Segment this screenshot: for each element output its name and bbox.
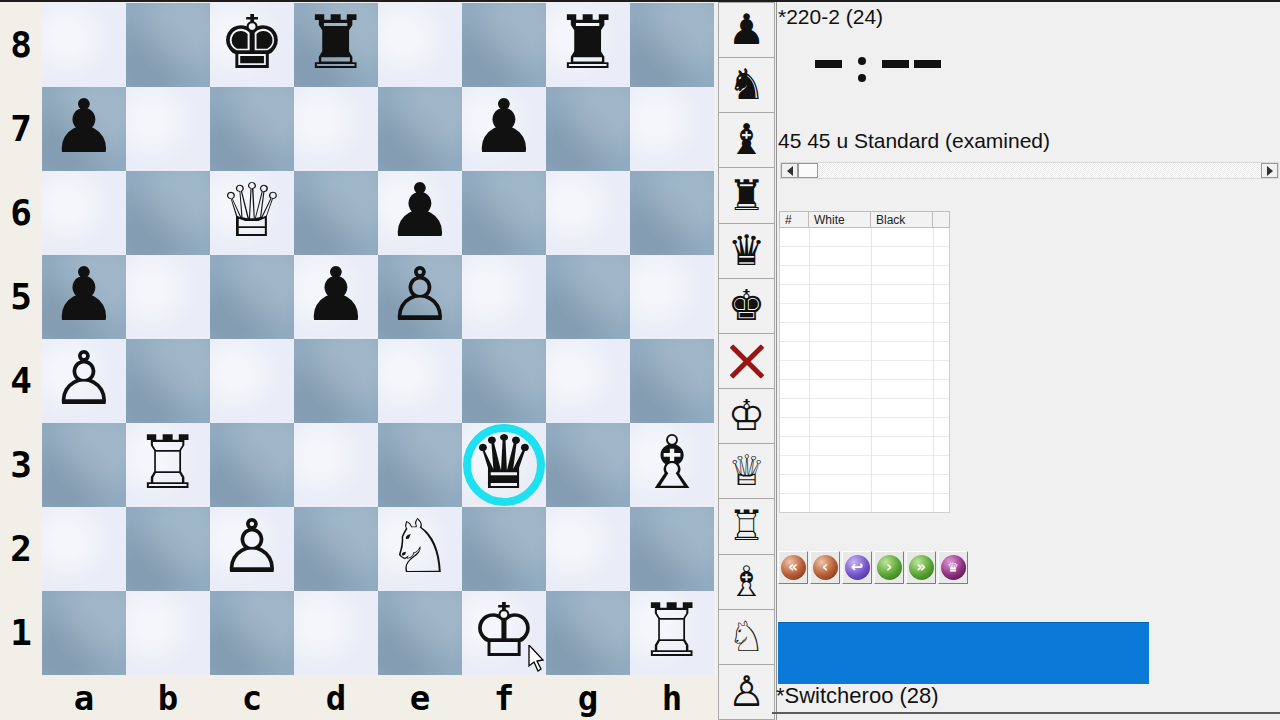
file-label-c: c <box>210 675 294 720</box>
square-e7[interactable] <box>378 87 462 171</box>
black-bishop-icon: ♝ <box>728 119 766 161</box>
rank-label-1: 1 <box>0 590 42 674</box>
square-a1[interactable] <box>42 591 126 675</box>
square-c6[interactable]: ♕ <box>210 171 294 255</box>
piece-bP: ♟ <box>51 257 117 331</box>
mouse-cursor-icon <box>528 645 546 676</box>
piece-wP: ♙ <box>387 257 453 331</box>
square-c5[interactable] <box>210 255 294 339</box>
square-h5[interactable] <box>630 255 714 339</box>
square-b4[interactable] <box>126 339 210 423</box>
rank-label-7: 7 <box>0 86 42 170</box>
square-f6[interactable] <box>462 171 546 255</box>
file-label-d: d <box>294 675 378 720</box>
piece-wB: ♗ <box>639 425 705 499</box>
piece-bP: ♟ <box>51 89 117 163</box>
piece-bP: ♟ <box>387 173 453 247</box>
square-d7[interactable] <box>294 87 378 171</box>
clock-colon <box>858 52 866 84</box>
rank-label-5: 5 <box>0 254 42 338</box>
square-c1[interactable] <box>210 591 294 675</box>
square-h4[interactable] <box>630 339 714 423</box>
file-label-g: g <box>546 675 630 720</box>
palette-white-bishop[interactable]: ♗ <box>718 554 775 610</box>
palette-black-queen[interactable]: ♛ <box>718 223 775 279</box>
square-g4[interactable] <box>546 339 630 423</box>
scroll-right-button[interactable] <box>1261 163 1278 178</box>
palette-white-pawn[interactable]: ♙ <box>718 664 775 720</box>
nav-forward-icon: › <box>877 555 902 580</box>
palette-black-king[interactable]: ♚ <box>718 278 775 334</box>
black-rook-icon: ♜ <box>728 175 766 217</box>
square-d6[interactable] <box>294 171 378 255</box>
square-d2[interactable] <box>294 507 378 591</box>
palette-white-rook[interactable]: ♖ <box>718 498 775 554</box>
piece-wR: ♖ <box>639 593 705 667</box>
rank-label-2: 2 <box>0 506 42 590</box>
clock-dash <box>882 60 909 68</box>
piece-bQ: ♛ <box>471 425 537 499</box>
file-label-e: e <box>378 675 462 720</box>
nav-revert-icon: ↩ <box>845 555 870 580</box>
palette-black-knight[interactable]: ♞ <box>718 57 775 113</box>
square-e1[interactable] <box>378 591 462 675</box>
white-pawn-icon: ♙ <box>728 671 766 713</box>
nav-last-icon: » <box>909 555 934 580</box>
nav-first-button[interactable]: « <box>778 551 808 584</box>
clock-dash <box>914 60 941 68</box>
rank-coordinates: 87654321 <box>0 2 42 675</box>
file-label-f: f <box>462 675 546 720</box>
game-info-label: 45 45 u Standard (examined) <box>778 129 1050 153</box>
square-h3[interactable]: ♗ <box>630 423 714 507</box>
nav-forward-button[interactable]: › <box>874 551 904 584</box>
piece-bR: ♜ <box>555 5 621 79</box>
square-g2[interactable] <box>546 507 630 591</box>
square-b7[interactable] <box>126 87 210 171</box>
square-a5[interactable]: ♟ <box>42 255 126 339</box>
scrollbar-thumb[interactable] <box>798 163 818 178</box>
move-col-header-Black: Black <box>871 211 933 228</box>
square-b6[interactable] <box>126 171 210 255</box>
white-queen-icon: ♕ <box>728 450 766 492</box>
top-clock <box>815 52 941 84</box>
black-knight-icon: ♞ <box>728 64 766 106</box>
navigation-toolbar: «‹↩›»♛ <box>778 551 968 584</box>
move-list-header: #WhiteBlack <box>779 211 950 228</box>
square-b5[interactable] <box>126 255 210 339</box>
square-a6[interactable] <box>42 171 126 255</box>
square-e3[interactable] <box>378 423 462 507</box>
rank-label-8: 8 <box>0 2 42 86</box>
piece-wN: ♘ <box>387 509 453 583</box>
move-col-header-#: # <box>779 211 809 228</box>
square-c7[interactable] <box>210 87 294 171</box>
square-c8[interactable]: ♚ <box>210 3 294 87</box>
square-f7[interactable]: ♟ <box>462 87 546 171</box>
file-coordinates: abcdefgh <box>0 675 717 720</box>
square-a8[interactable] <box>42 3 126 87</box>
square-d3[interactable] <box>294 423 378 507</box>
top-player-label: *220-2 (24) <box>778 5 883 29</box>
square-d8[interactable]: ♜ <box>294 3 378 87</box>
square-f3[interactable]: ♛ <box>462 423 546 507</box>
window-top-border <box>0 0 1280 2</box>
clock-dash <box>815 60 842 68</box>
square-e2[interactable]: ♘ <box>378 507 462 591</box>
white-knight-icon: ♘ <box>728 616 766 658</box>
square-c4[interactable] <box>210 339 294 423</box>
square-g3[interactable] <box>546 423 630 507</box>
square-a4[interactable]: ♙ <box>42 339 126 423</box>
rank-label-4: 4 <box>0 338 42 422</box>
bottom-player-label: *Switcheroo (28) <box>776 683 939 709</box>
clear-x-icon <box>726 340 768 382</box>
palette-white-queen[interactable]: ♕ <box>718 443 775 499</box>
move-list-body[interactable] <box>779 228 950 513</box>
move-col-header-extra <box>933 211 950 228</box>
square-e4[interactable] <box>378 339 462 423</box>
square-b3[interactable]: ♖ <box>126 423 210 507</box>
chess-board[interactable]: ♚♜♜♟♟♕♟♟♟♙♙♖♛♗♙♘♔♖ <box>42 3 714 675</box>
piece-bP: ♟ <box>303 257 369 331</box>
square-h8[interactable] <box>630 3 714 87</box>
square-g7[interactable] <box>546 87 630 171</box>
square-f8[interactable] <box>462 3 546 87</box>
palette-white-knight[interactable]: ♘ <box>718 609 775 665</box>
square-a2[interactable] <box>42 507 126 591</box>
file-label-h: h <box>630 675 714 720</box>
nav-first-icon: « <box>781 555 806 580</box>
black-queen-icon: ♛ <box>728 230 766 272</box>
nav-engine-icon: ♛ <box>941 555 966 580</box>
square-c2[interactable]: ♙ <box>210 507 294 591</box>
piece-wP: ♙ <box>219 509 285 583</box>
square-a3[interactable] <box>42 423 126 507</box>
square-g8[interactable]: ♜ <box>546 3 630 87</box>
palette-white-king[interactable]: ♔ <box>718 388 775 444</box>
active-clock-bar <box>778 622 1149 684</box>
left-arrow-icon <box>787 166 793 176</box>
piece-bP: ♟ <box>471 89 537 163</box>
square-e8[interactable] <box>378 3 462 87</box>
square-f5[interactable] <box>462 255 546 339</box>
move-list-table: #WhiteBlack <box>779 211 950 513</box>
square-h6[interactable] <box>630 171 714 255</box>
white-king-icon: ♔ <box>728 395 766 437</box>
square-g1[interactable] <box>546 591 630 675</box>
square-e5[interactable]: ♙ <box>378 255 462 339</box>
rank-label-6: 6 <box>0 170 42 254</box>
square-d1[interactable] <box>294 591 378 675</box>
piece-wP: ♙ <box>51 341 117 415</box>
square-f2[interactable] <box>462 507 546 591</box>
panel-divider <box>776 2 777 720</box>
piece-wQ: ♕ <box>219 173 285 247</box>
square-h2[interactable] <box>630 507 714 591</box>
square-c3[interactable] <box>210 423 294 507</box>
square-a7[interactable]: ♟ <box>42 87 126 171</box>
square-d5[interactable]: ♟ <box>294 255 378 339</box>
palette-black-rook[interactable]: ♜ <box>718 167 775 223</box>
right-arrow-icon <box>1267 166 1273 176</box>
move-col-header-White: White <box>809 211 871 228</box>
palette-black-bishop[interactable]: ♝ <box>718 112 775 168</box>
nav-revert-button[interactable]: ↩ <box>842 551 872 584</box>
palette-clear-square[interactable] <box>718 333 775 389</box>
nav-back-button[interactable]: ‹ <box>810 551 840 584</box>
file-label-a: a <box>42 675 126 720</box>
piece-bK: ♚ <box>219 5 285 79</box>
move-col-line <box>871 228 872 512</box>
piece-palette: ♟♞♝♜♛♚♔♕♖♗♘♙ <box>718 2 775 720</box>
square-b2[interactable] <box>126 507 210 591</box>
nav-engine-button[interactable]: ♛ <box>938 551 968 584</box>
square-g6[interactable] <box>546 171 630 255</box>
move-col-line <box>933 228 934 512</box>
square-g5[interactable] <box>546 255 630 339</box>
black-king-icon: ♚ <box>728 285 766 327</box>
white-rook-icon: ♖ <box>728 505 766 547</box>
white-bishop-icon: ♗ <box>728 561 766 603</box>
horizontal-scrollbar[interactable] <box>780 162 1279 179</box>
square-e6[interactable]: ♟ <box>378 171 462 255</box>
piece-bR: ♜ <box>303 5 369 79</box>
black-pawn-icon: ♟ <box>728 9 766 51</box>
rank-label-3: 3 <box>0 422 42 506</box>
file-label-b: b <box>126 675 210 720</box>
move-col-line <box>809 228 810 512</box>
panel-bottom-border <box>772 712 1280 714</box>
square-b1[interactable] <box>126 591 210 675</box>
nav-last-button[interactable]: » <box>906 551 936 584</box>
palette-black-pawn[interactable]: ♟ <box>718 2 775 58</box>
piece-wR: ♖ <box>135 425 201 499</box>
scroll-left-button[interactable] <box>781 163 798 178</box>
square-d4[interactable] <box>294 339 378 423</box>
square-f4[interactable] <box>462 339 546 423</box>
chess-examine-window: 87654321 abcdefgh ♚♜♜♟♟♕♟♟♟♙♙♖♛♗♙♘♔♖ ♟♞♝… <box>0 0 1280 720</box>
square-h1[interactable]: ♖ <box>630 591 714 675</box>
square-b8[interactable] <box>126 3 210 87</box>
square-h7[interactable] <box>630 87 714 171</box>
nav-back-icon: ‹ <box>813 555 838 580</box>
